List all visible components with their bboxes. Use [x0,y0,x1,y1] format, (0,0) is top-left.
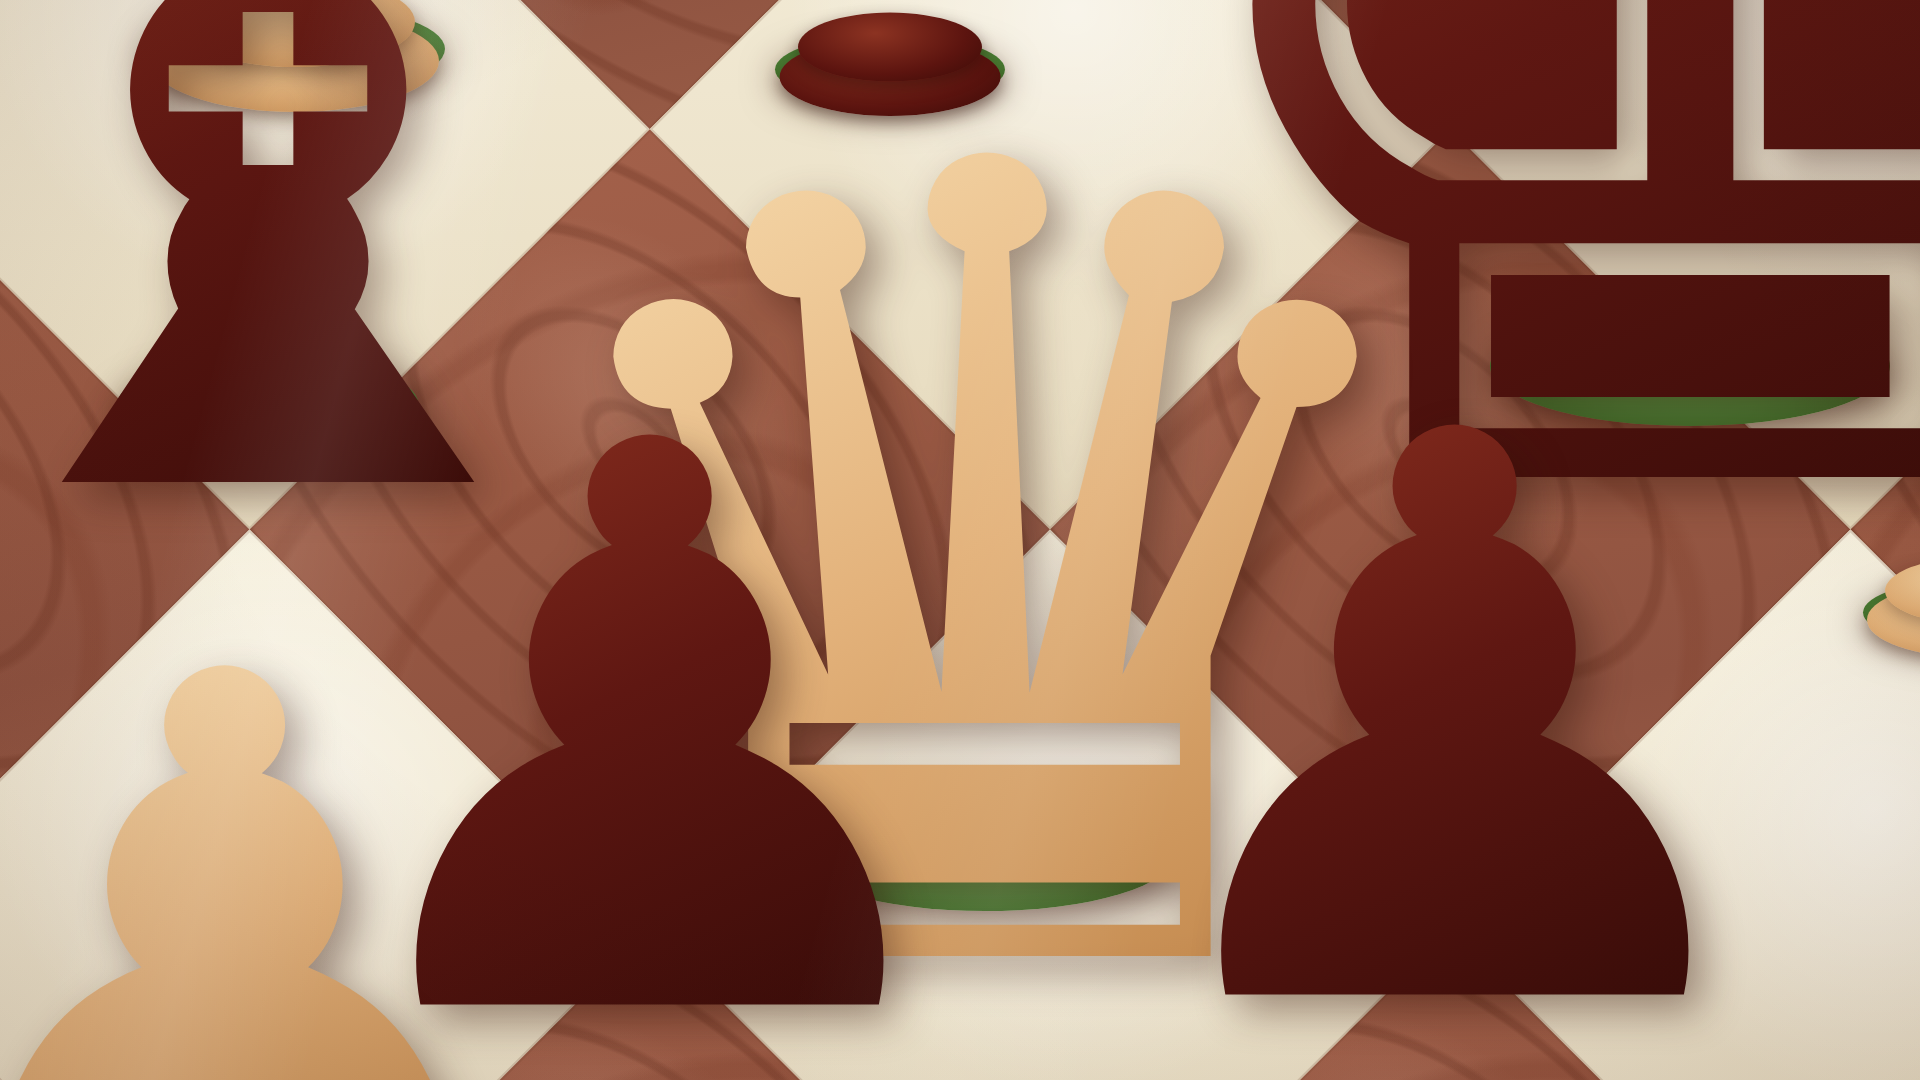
white-pawn-glyph: ♟ [0,577,566,1080]
dark-pawn-right-glyph: ♟ [1105,334,1804,1080]
chessboard-photo: ♚♝♛♟♟♟ [0,0,1920,1080]
pieces-layer: ♚♝♛♟♟♟ [0,0,1920,1080]
